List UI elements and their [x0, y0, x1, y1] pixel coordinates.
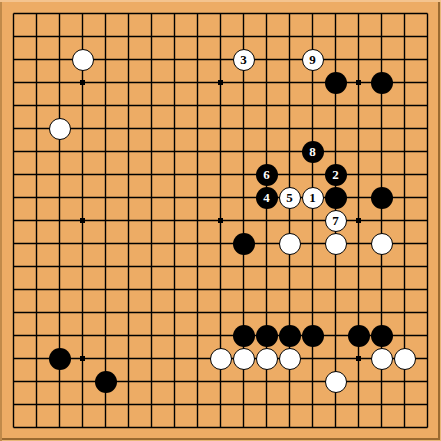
- move-6-stone-black: 6: [256, 164, 278, 186]
- stone-white: [371, 233, 393, 255]
- stone-black: [233, 325, 255, 347]
- move-9-stone-white: 9: [302, 49, 324, 71]
- star-point: [218, 80, 223, 85]
- stone-black: [302, 325, 324, 347]
- move-8-stone-black: 8: [302, 141, 324, 163]
- star-point: [356, 80, 361, 85]
- stone-black: [371, 187, 393, 209]
- move-5-stone-white: 5: [279, 187, 301, 209]
- stone-black: [325, 187, 347, 209]
- go-board-diagram: 398624517: [0, 0, 441, 441]
- stone-black: [348, 325, 370, 347]
- stone-white: [256, 348, 278, 370]
- stone-white: [325, 233, 347, 255]
- star-point: [80, 356, 85, 361]
- stone-black: [371, 72, 393, 94]
- stone-black: [95, 371, 117, 393]
- move-2-stone-black: 2: [325, 164, 347, 186]
- stone-white: [371, 348, 393, 370]
- stone-white: [279, 233, 301, 255]
- move-4-stone-black: 4: [256, 187, 278, 209]
- stone-black: [256, 325, 278, 347]
- stone-black: [279, 325, 301, 347]
- stone-white: [279, 348, 301, 370]
- star-point: [80, 80, 85, 85]
- stone-white: [394, 348, 416, 370]
- stone-white: [49, 118, 71, 140]
- stone-black: [49, 348, 71, 370]
- stone-black: [371, 325, 393, 347]
- move-3-stone-white: 3: [233, 49, 255, 71]
- stone-black: [233, 233, 255, 255]
- stone-white: [72, 49, 94, 71]
- stone-white: [325, 371, 347, 393]
- star-point: [80, 218, 85, 223]
- stone-white: [210, 348, 232, 370]
- star-point: [356, 218, 361, 223]
- stone-white: [233, 348, 255, 370]
- board-grid: [0, 0, 441, 441]
- star-point: [356, 356, 361, 361]
- move-7-stone-white: 7: [325, 210, 347, 232]
- star-point: [218, 218, 223, 223]
- stone-black: [325, 72, 347, 94]
- move-1-stone-white: 1: [302, 187, 324, 209]
